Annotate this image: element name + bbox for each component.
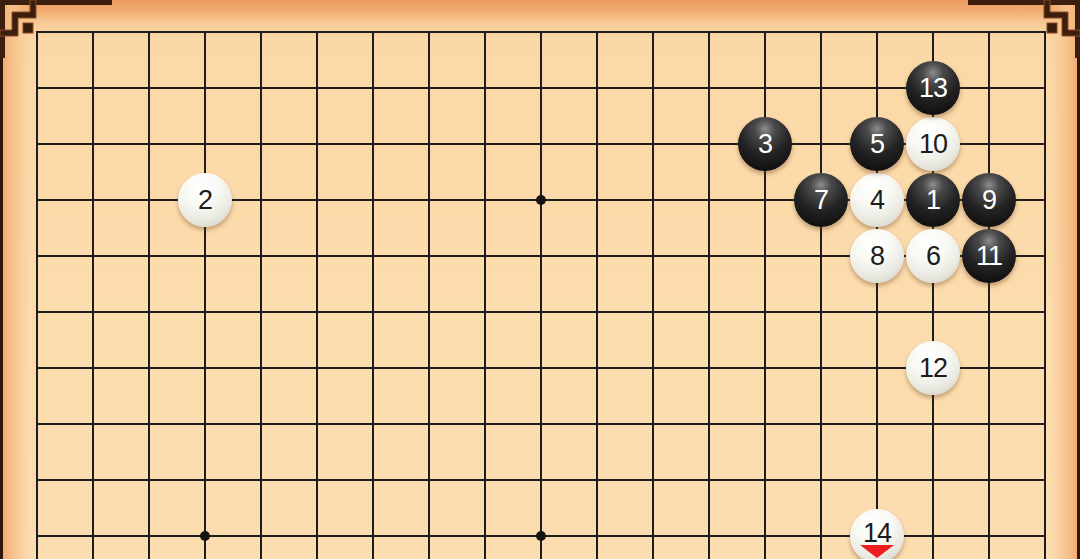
go-app-screen: 1 2 3 4 5 6 7 8 9 10 11 12 13 14 bbox=[0, 0, 1080, 559]
go-stone-black-5-Q17: 5 bbox=[850, 117, 904, 171]
move-number-label: 2 bbox=[198, 187, 212, 214]
go-board[interactable]: 1 2 3 4 5 6 7 8 9 10 11 12 13 14 bbox=[36, 31, 1046, 559]
star-point bbox=[536, 195, 546, 205]
move-number-label: 7 bbox=[814, 187, 828, 214]
move-number-label: 10 bbox=[919, 131, 947, 158]
move-number-label: 11 bbox=[976, 243, 1002, 270]
go-stone-white-10-R17: 10 bbox=[906, 117, 960, 171]
go-stone-black-7-P16: 7 bbox=[794, 173, 848, 227]
go-stone-white-6-R15: 6 bbox=[906, 229, 960, 283]
move-number-label: 9 bbox=[982, 187, 996, 214]
move-number-label: 6 bbox=[926, 243, 940, 270]
go-stone-white-8-Q15: 8 bbox=[850, 229, 904, 283]
move-number-label: 12 bbox=[919, 355, 947, 382]
go-stone-black-9-S16: 9 bbox=[962, 173, 1016, 227]
go-stone-white-2-D16: 2 bbox=[178, 173, 232, 227]
go-stone-white-12-R13: 12 bbox=[906, 341, 960, 395]
frame-edge-right bbox=[1050, 0, 1080, 559]
star-point bbox=[200, 531, 210, 541]
frame-edge-left bbox=[0, 0, 30, 559]
move-number-label: 13 bbox=[919, 75, 947, 102]
go-stone-white-14-Q10: 14 bbox=[850, 509, 904, 559]
go-stone-black-13-R18: 13 bbox=[906, 61, 960, 115]
move-number-label: 3 bbox=[758, 131, 772, 158]
go-stone-black-1-R16: 1 bbox=[906, 173, 960, 227]
go-stone-black-11-S15: 11 bbox=[962, 229, 1016, 283]
go-stone-black-3-O17: 3 bbox=[738, 117, 792, 171]
move-number-label: 8 bbox=[870, 243, 884, 270]
move-number-label: 5 bbox=[870, 131, 884, 158]
move-number-label: 4 bbox=[870, 187, 884, 214]
move-number-label: 14 bbox=[863, 520, 891, 547]
move-number-label: 1 bbox=[926, 187, 940, 214]
star-point bbox=[536, 531, 546, 541]
go-stone-white-4-Q16: 4 bbox=[850, 173, 904, 227]
